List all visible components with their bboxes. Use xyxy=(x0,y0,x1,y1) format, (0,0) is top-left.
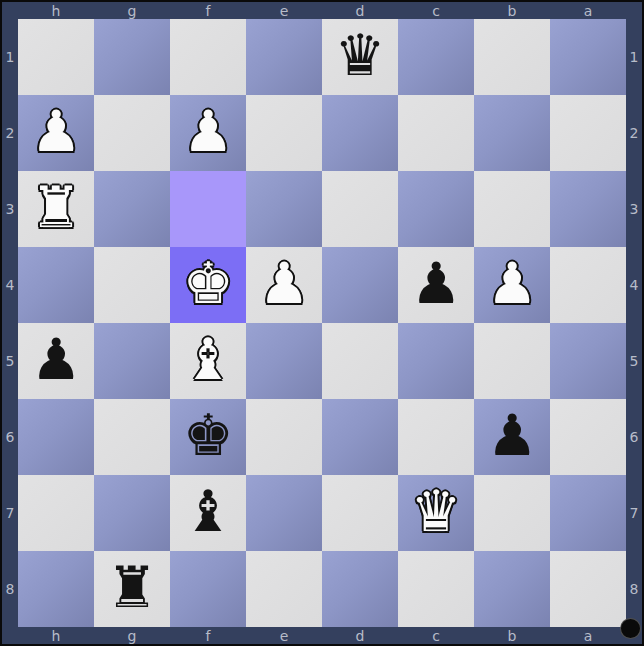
square-d6[interactable] xyxy=(322,399,398,475)
square-d1[interactable]: ♛ xyxy=(322,19,398,95)
square-e6[interactable] xyxy=(246,399,322,475)
rank-label-2: 2 xyxy=(2,95,18,171)
rank-label-5: 5 xyxy=(2,323,18,399)
square-f7[interactable]: ♝ xyxy=(170,475,246,551)
square-h6[interactable] xyxy=(18,399,94,475)
square-h3[interactable]: ♜ xyxy=(18,171,94,247)
rank-label-6: 6 xyxy=(626,399,642,475)
square-h2[interactable]: ♟ xyxy=(18,95,94,171)
square-a3[interactable] xyxy=(550,171,626,247)
rank-label-2: 2 xyxy=(626,95,642,171)
rank-label-6: 6 xyxy=(2,399,18,475)
file-label-d: d xyxy=(322,627,398,644)
square-g6[interactable] xyxy=(94,399,170,475)
rank-labels-left: 12345678 xyxy=(2,19,18,627)
square-a8[interactable] xyxy=(550,551,626,627)
black-pawn[interactable]: ♟ xyxy=(410,255,461,312)
square-b1[interactable] xyxy=(474,19,550,95)
square-f2[interactable]: ♟ xyxy=(170,95,246,171)
rank-label-4: 4 xyxy=(2,247,18,323)
square-c5[interactable] xyxy=(398,323,474,399)
white-rook[interactable]: ♜ xyxy=(30,179,81,236)
square-h7[interactable] xyxy=(18,475,94,551)
white-queen[interactable]: ♛ xyxy=(410,483,461,540)
square-f3[interactable] xyxy=(170,171,246,247)
square-c8[interactable] xyxy=(398,551,474,627)
square-d5[interactable] xyxy=(322,323,398,399)
square-c7[interactable]: ♛ xyxy=(398,475,474,551)
square-a2[interactable] xyxy=(550,95,626,171)
black-king[interactable]: ♚ xyxy=(182,407,233,464)
chess-board-frame: hgfedcba hgfedcba 12345678 12345678 ♛♟♟♜… xyxy=(0,0,644,646)
rank-label-4: 4 xyxy=(626,247,642,323)
square-g2[interactable] xyxy=(94,95,170,171)
black-pawn[interactable]: ♟ xyxy=(30,331,81,388)
square-d8[interactable] xyxy=(322,551,398,627)
square-e5[interactable] xyxy=(246,323,322,399)
rank-label-8: 8 xyxy=(2,551,18,627)
square-f6[interactable]: ♚ xyxy=(170,399,246,475)
file-label-c: c xyxy=(398,2,474,19)
square-a1[interactable] xyxy=(550,19,626,95)
chess-board: ♛♟♟♜♚♟♟♟♟♝♚♟♝♛♜ xyxy=(18,19,626,627)
black-bishop[interactable]: ♝ xyxy=(182,483,233,540)
rank-label-1: 1 xyxy=(2,19,18,95)
rank-label-7: 7 xyxy=(626,475,642,551)
square-a4[interactable] xyxy=(550,247,626,323)
square-a6[interactable] xyxy=(550,399,626,475)
file-label-g: g xyxy=(94,627,170,644)
file-label-f: f xyxy=(170,2,246,19)
white-pawn[interactable]: ♟ xyxy=(258,255,309,312)
white-pawn[interactable]: ♟ xyxy=(486,255,537,312)
file-label-a: a xyxy=(550,627,626,644)
file-label-a: a xyxy=(550,2,626,19)
rank-labels-right: 12345678 xyxy=(626,19,642,627)
white-bishop[interactable]: ♝ xyxy=(182,331,233,388)
square-h1[interactable] xyxy=(18,19,94,95)
file-label-e: e xyxy=(246,2,322,19)
square-c4[interactable]: ♟ xyxy=(398,247,474,323)
black-pawn[interactable]: ♟ xyxy=(486,407,537,464)
file-label-h: h xyxy=(18,2,94,19)
file-label-g: g xyxy=(94,2,170,19)
rank-label-1: 1 xyxy=(626,19,642,95)
square-e1[interactable] xyxy=(246,19,322,95)
square-d7[interactable] xyxy=(322,475,398,551)
square-g8[interactable]: ♜ xyxy=(94,551,170,627)
square-f8[interactable] xyxy=(170,551,246,627)
square-g7[interactable] xyxy=(94,475,170,551)
square-e2[interactable] xyxy=(246,95,322,171)
square-d2[interactable] xyxy=(322,95,398,171)
file-label-b: b xyxy=(474,627,550,644)
square-e7[interactable] xyxy=(246,475,322,551)
square-d3[interactable] xyxy=(322,171,398,247)
square-f1[interactable] xyxy=(170,19,246,95)
square-g3[interactable] xyxy=(94,171,170,247)
square-g4[interactable] xyxy=(94,247,170,323)
square-b7[interactable] xyxy=(474,475,550,551)
square-f4[interactable]: ♚ xyxy=(170,247,246,323)
file-labels-top: hgfedcba xyxy=(18,2,626,19)
rank-label-8: 8 xyxy=(626,551,642,627)
square-h4[interactable] xyxy=(18,247,94,323)
square-d4[interactable] xyxy=(322,247,398,323)
square-h5[interactable]: ♟ xyxy=(18,323,94,399)
file-label-c: c xyxy=(398,627,474,644)
white-pawn[interactable]: ♟ xyxy=(182,103,233,160)
black-to-move-indicator xyxy=(620,618,641,639)
square-c3[interactable] xyxy=(398,171,474,247)
black-rook[interactable]: ♜ xyxy=(106,559,157,616)
square-b4[interactable]: ♟ xyxy=(474,247,550,323)
square-c6[interactable] xyxy=(398,399,474,475)
file-label-f: f xyxy=(170,627,246,644)
file-labels-bottom: hgfedcba xyxy=(18,627,626,644)
square-e3[interactable] xyxy=(246,171,322,247)
square-a7[interactable] xyxy=(550,475,626,551)
square-b6[interactable]: ♟ xyxy=(474,399,550,475)
square-f5[interactable]: ♝ xyxy=(170,323,246,399)
rank-label-3: 3 xyxy=(2,171,18,247)
square-c2[interactable] xyxy=(398,95,474,171)
file-label-b: b xyxy=(474,2,550,19)
square-g1[interactable] xyxy=(94,19,170,95)
square-e4[interactable]: ♟ xyxy=(246,247,322,323)
white-pawn[interactable]: ♟ xyxy=(30,103,81,160)
rank-label-5: 5 xyxy=(626,323,642,399)
file-label-e: e xyxy=(246,627,322,644)
square-b5[interactable] xyxy=(474,323,550,399)
square-a5[interactable] xyxy=(550,323,626,399)
square-h8[interactable] xyxy=(18,551,94,627)
file-label-d: d xyxy=(322,2,398,19)
square-e8[interactable] xyxy=(246,551,322,627)
square-b2[interactable] xyxy=(474,95,550,171)
square-c1[interactable] xyxy=(398,19,474,95)
square-g5[interactable] xyxy=(94,323,170,399)
black-queen[interactable]: ♛ xyxy=(334,27,385,84)
square-b3[interactable] xyxy=(474,171,550,247)
rank-label-3: 3 xyxy=(626,171,642,247)
rank-label-7: 7 xyxy=(2,475,18,551)
file-label-h: h xyxy=(18,627,94,644)
square-b8[interactable] xyxy=(474,551,550,627)
white-king[interactable]: ♚ xyxy=(182,255,233,312)
